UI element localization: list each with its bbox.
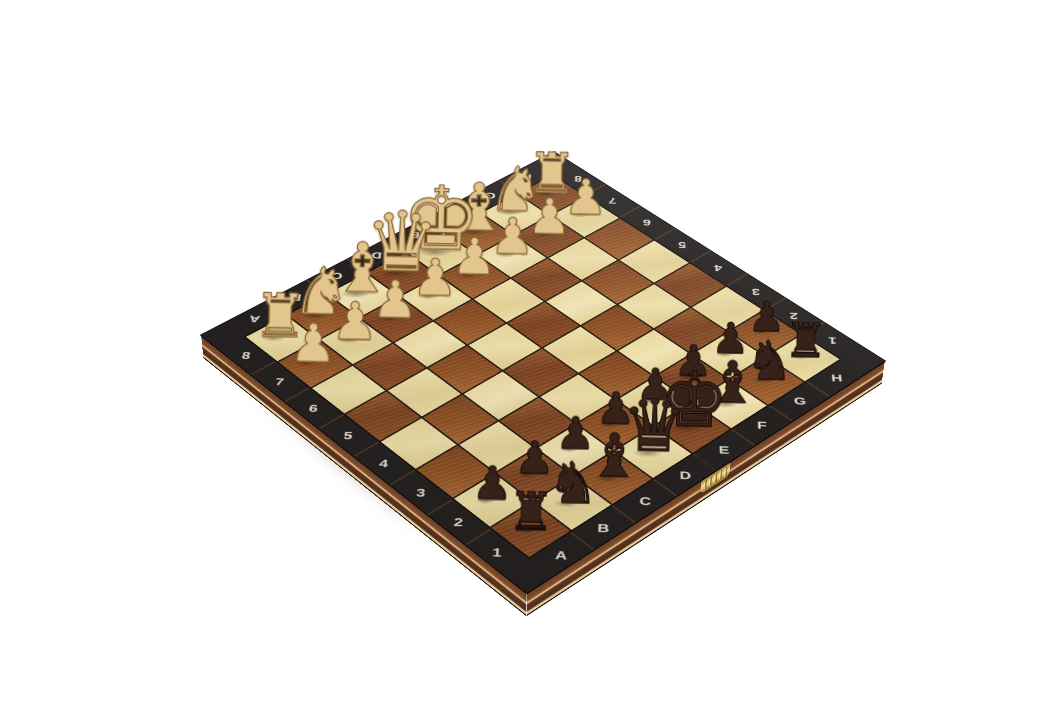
- pieces-layer: ♜♟♟♜♞♟♟♞♝♟♟♝♚♟♟♚♛♟♟♛♝♟♟♝♞♟♟♞♜♟♟♜: [201, 152, 885, 593]
- piece-shadow: [565, 211, 594, 219]
- piece-shadow: [528, 230, 558, 238]
- chess-board: 87654321 87654321 HGFEDCBA HGFEDCBA ♜♟♟♜…: [201, 152, 885, 593]
- piece-white-pawn-a7[interactable]: ♟: [262, 251, 365, 364]
- piece-shadow: [529, 188, 562, 197]
- scene: 87654321 87654321 HGFEDCBA HGFEDCBA ♜♟♟♜…: [295, 101, 789, 595]
- white-pawn-glyph: ♟: [289, 317, 337, 371]
- piece-black-rook-a1[interactable]: ♜: [476, 410, 588, 533]
- product-photo-stage: 87654321 87654321 HGFEDCBA HGFEDCBA ♜♟♟♜…: [0, 0, 1050, 726]
- piece-shadow: [413, 292, 444, 301]
- board-top: 87654321 87654321 HGFEDCBA HGFEDCBA ♜♟♟♜…: [201, 152, 885, 593]
- piece-shadow: [373, 314, 405, 323]
- black-rook-glyph: ♜: [507, 485, 555, 538]
- piece-shadow: [452, 271, 483, 280]
